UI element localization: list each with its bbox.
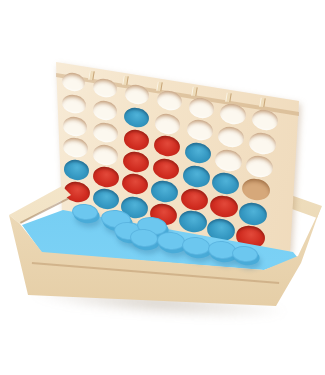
tray-disc-1	[71, 203, 99, 222]
tray-disc-pile	[0, 0, 325, 375]
tray-disc-6	[156, 231, 186, 252]
tray-disc-9	[231, 245, 259, 264]
product-photo	[0, 0, 325, 375]
tray-disc-7	[181, 236, 211, 257]
